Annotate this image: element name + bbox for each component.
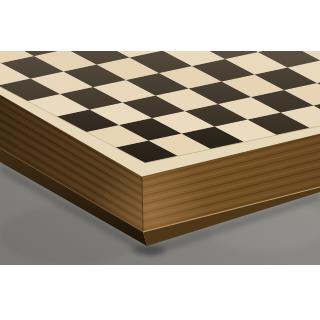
photo-canvas (0, 0, 320, 320)
white-band-bottom (0, 265, 320, 320)
chessboard-product-photo (0, 0, 320, 320)
corner-tip-shadow (131, 245, 165, 255)
white-band-top (0, 0, 320, 51)
